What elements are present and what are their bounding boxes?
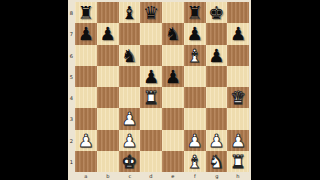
square-d6 <box>140 45 162 66</box>
square-e7: ♞ <box>162 23 184 44</box>
square-b6 <box>97 45 119 66</box>
black-knight-c6: ♞ <box>121 45 137 66</box>
black-pawn-h7: ♟ <box>230 23 246 44</box>
square-a5 <box>75 66 97 87</box>
square-g1: ♞ <box>206 151 228 172</box>
square-c5 <box>119 66 141 87</box>
rank-label-5: 5 <box>69 67 75 85</box>
rank-label-2: 2 <box>69 131 75 149</box>
white-king-c1: ♚ <box>121 151 137 172</box>
square-h5 <box>227 66 249 87</box>
black-pawn-d5: ♟ <box>143 66 159 87</box>
rank-label-3: 3 <box>69 110 75 128</box>
file-label-d: d <box>142 172 160 180</box>
square-g2: ♟ <box>206 130 228 151</box>
white-rook-h1: ♜ <box>230 151 246 172</box>
square-f4 <box>184 87 206 108</box>
black-pawn-f7: ♟ <box>187 23 203 44</box>
rank-label-4: 4 <box>69 89 75 107</box>
square-d5: ♟ <box>140 66 162 87</box>
square-g5 <box>206 66 228 87</box>
square-f6: ♝ <box>184 45 206 66</box>
square-c1: ♚ <box>119 151 141 172</box>
square-h3 <box>227 108 249 129</box>
square-e4 <box>162 87 184 108</box>
square-d1 <box>140 151 162 172</box>
square-b8 <box>97 2 119 23</box>
file-labels: abcdefgh <box>75 171 249 180</box>
white-queen-h4: ♛ <box>230 87 246 108</box>
file-label-f: f <box>185 172 203 180</box>
square-a4 <box>75 87 97 108</box>
square-f5 <box>184 66 206 87</box>
square-h2: ♟ <box>227 130 249 151</box>
black-pawn-e5: ♟ <box>165 66 181 87</box>
square-f3 <box>184 108 206 129</box>
black-pawn-b7: ♟ <box>100 23 116 44</box>
file-label-e: e <box>164 172 182 180</box>
square-e2 <box>162 130 184 151</box>
white-bishop-f1: ♝ <box>187 151 203 172</box>
rank-label-8: 8 <box>69 4 75 22</box>
square-b1 <box>97 151 119 172</box>
square-h4: ♛ <box>227 87 249 108</box>
square-a2: ♟ <box>75 130 97 151</box>
square-g8: ♚ <box>206 2 228 23</box>
rank-label-6: 6 <box>69 46 75 64</box>
square-e1 <box>162 151 184 172</box>
square-e6 <box>162 45 184 66</box>
square-c4 <box>119 87 141 108</box>
square-c8: ♝ <box>119 2 141 23</box>
square-d2 <box>140 130 162 151</box>
square-g7 <box>206 23 228 44</box>
black-rook-a8: ♜ <box>78 2 94 23</box>
square-f8: ♜ <box>184 2 206 23</box>
square-h1: ♜ <box>227 151 249 172</box>
black-bishop-c8: ♝ <box>121 2 137 23</box>
white-knight-g1: ♞ <box>208 151 224 172</box>
video-frame: { "game": "chess", "position": { "fen": … <box>0 0 320 180</box>
rank-label-7: 7 <box>69 25 75 43</box>
square-e3 <box>162 108 184 129</box>
square-b2 <box>97 130 119 151</box>
square-d8: ♛ <box>140 2 162 23</box>
chess-board: ♜♝♛♜♚♟♟♞♟♟♞♝♟♟♟♜♛♟♟♟♟♟♟♚♝♞♜ <box>75 2 250 172</box>
square-b5 <box>97 66 119 87</box>
white-pawn-g2: ♟ <box>208 130 224 151</box>
square-b3 <box>97 108 119 129</box>
black-queen-d8: ♛ <box>143 2 159 23</box>
black-pawn-a7: ♟ <box>78 23 94 44</box>
square-a7: ♟ <box>75 23 97 44</box>
square-g6: ♟ <box>206 45 228 66</box>
square-f1: ♝ <box>184 151 206 172</box>
square-e8 <box>162 2 184 23</box>
square-a6 <box>75 45 97 66</box>
white-pawn-a2: ♟ <box>78 130 94 151</box>
square-h7: ♟ <box>227 23 249 44</box>
white-pawn-c2: ♟ <box>121 130 137 151</box>
rank-label-1: 1 <box>69 152 75 170</box>
white-rook-d4: ♜ <box>143 87 159 108</box>
letterbox-left <box>0 0 68 180</box>
square-a8: ♜ <box>75 2 97 23</box>
square-c3: ♟ <box>119 108 141 129</box>
white-pawn-c3: ♟ <box>121 108 137 129</box>
square-g4 <box>206 87 228 108</box>
black-knight-e7: ♞ <box>165 23 181 44</box>
square-g3 <box>206 108 228 129</box>
file-label-h: h <box>229 172 247 180</box>
square-a1 <box>75 151 97 172</box>
white-bishop-f6: ♝ <box>187 45 203 66</box>
white-pawn-h2: ♟ <box>230 130 246 151</box>
file-label-a: a <box>77 172 95 180</box>
square-f2: ♟ <box>184 130 206 151</box>
white-pawn-f2: ♟ <box>187 130 203 151</box>
square-d7 <box>140 23 162 44</box>
square-b7: ♟ <box>97 23 119 44</box>
square-a3 <box>75 108 97 129</box>
letterbox-right <box>251 0 320 180</box>
rank-labels: 87654321 <box>68 2 75 172</box>
file-label-g: g <box>207 172 225 180</box>
square-c7 <box>119 23 141 44</box>
chess-diagram: 87654321 abcdefgh ♜♝♛♜♚♟♟♞♟♟♞♝♟♟♟♜♛♟♟♟♟♟… <box>68 0 251 180</box>
square-h8 <box>227 2 249 23</box>
square-c2: ♟ <box>119 130 141 151</box>
square-c6: ♞ <box>119 45 141 66</box>
black-rook-f8: ♜ <box>187 2 203 23</box>
black-pawn-g6: ♟ <box>208 45 224 66</box>
square-d4: ♜ <box>140 87 162 108</box>
square-h6 <box>227 45 249 66</box>
square-e5: ♟ <box>162 66 184 87</box>
file-label-b: b <box>98 172 116 180</box>
black-king-g8: ♚ <box>208 2 224 23</box>
square-b4 <box>97 87 119 108</box>
square-d3 <box>140 108 162 129</box>
file-label-c: c <box>120 172 138 180</box>
square-f7: ♟ <box>184 23 206 44</box>
